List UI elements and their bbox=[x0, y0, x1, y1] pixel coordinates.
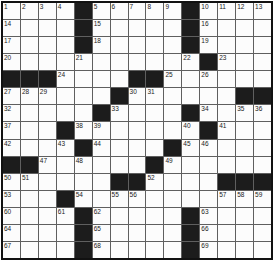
black-cell bbox=[75, 225, 92, 241]
black-cell bbox=[236, 174, 253, 190]
black-cell bbox=[75, 20, 92, 36]
white-cell[interactable] bbox=[57, 54, 74, 70]
white-cell[interactable] bbox=[21, 122, 38, 138]
white-cell[interactable] bbox=[254, 157, 271, 173]
clue-number: 50 bbox=[4, 174, 11, 182]
black-cell bbox=[182, 208, 199, 224]
black-cell bbox=[182, 242, 199, 258]
white-cell[interactable] bbox=[129, 20, 146, 36]
white-cell[interactable]: 10 bbox=[200, 3, 217, 19]
black-cell bbox=[75, 37, 92, 53]
white-cell[interactable]: 20 bbox=[3, 54, 20, 70]
black-cell bbox=[236, 88, 253, 104]
white-cell[interactable] bbox=[218, 71, 235, 87]
white-cell[interactable]: 5 bbox=[93, 3, 110, 19]
white-cell[interactable] bbox=[57, 88, 74, 104]
white-cell[interactable]: 41 bbox=[218, 122, 235, 138]
white-cell[interactable] bbox=[182, 174, 199, 190]
white-cell[interactable]: 52 bbox=[146, 174, 163, 190]
white-cell[interactable] bbox=[164, 208, 181, 224]
white-cell[interactable]: 36 bbox=[254, 105, 271, 121]
white-cell[interactable]: 38 bbox=[75, 122, 92, 138]
clue-number: 9 bbox=[165, 3, 169, 11]
white-cell[interactable] bbox=[39, 208, 56, 224]
clue-number: 38 bbox=[76, 122, 83, 130]
white-cell[interactable]: 34 bbox=[200, 105, 217, 121]
white-cell[interactable] bbox=[164, 105, 181, 121]
white-cell[interactable]: 23 bbox=[218, 54, 235, 70]
clue-number: 67 bbox=[4, 242, 11, 250]
clue-number: 61 bbox=[58, 208, 65, 216]
white-cell[interactable]: 4 bbox=[57, 3, 74, 19]
white-cell[interactable]: 47 bbox=[39, 157, 56, 173]
white-cell[interactable] bbox=[111, 140, 128, 156]
black-cell bbox=[3, 157, 20, 173]
clue-number: 54 bbox=[76, 191, 83, 199]
white-cell[interactable]: 27 bbox=[3, 88, 20, 104]
white-cell[interactable] bbox=[236, 20, 253, 36]
white-cell[interactable] bbox=[218, 20, 235, 36]
white-cell[interactable]: 39 bbox=[93, 122, 110, 138]
clue-number: 60 bbox=[4, 208, 11, 216]
white-cell[interactable] bbox=[57, 174, 74, 190]
white-cell[interactable] bbox=[129, 157, 146, 173]
white-cell[interactable] bbox=[57, 157, 74, 173]
crossword-page: 1234567891011121314151617181920212223242… bbox=[0, 0, 274, 261]
white-cell[interactable] bbox=[236, 225, 253, 241]
clue-number: 59 bbox=[255, 191, 262, 199]
white-cell[interactable] bbox=[93, 54, 110, 70]
clue-number: 69 bbox=[201, 242, 208, 250]
white-cell[interactable]: 69 bbox=[200, 242, 217, 258]
black-cell bbox=[182, 37, 199, 53]
white-cell[interactable] bbox=[39, 105, 56, 121]
white-cell[interactable] bbox=[236, 157, 253, 173]
white-cell[interactable] bbox=[164, 225, 181, 241]
black-cell bbox=[111, 174, 128, 190]
white-cell[interactable]: 62 bbox=[93, 208, 110, 224]
white-cell[interactable]: 68 bbox=[93, 242, 110, 258]
white-cell[interactable] bbox=[164, 174, 181, 190]
clue-number: 53 bbox=[4, 191, 11, 199]
white-cell[interactable] bbox=[218, 37, 235, 53]
white-cell[interactable]: 13 bbox=[254, 3, 271, 19]
clue-number: 55 bbox=[112, 191, 119, 199]
white-cell[interactable] bbox=[129, 105, 146, 121]
white-cell[interactable] bbox=[236, 208, 253, 224]
white-cell[interactable] bbox=[93, 71, 110, 87]
black-cell bbox=[182, 105, 199, 121]
white-cell[interactable] bbox=[146, 208, 163, 224]
white-cell[interactable]: 40 bbox=[182, 122, 199, 138]
white-cell[interactable]: 21 bbox=[75, 54, 92, 70]
white-cell[interactable] bbox=[39, 191, 56, 207]
black-cell bbox=[75, 242, 92, 258]
white-cell[interactable] bbox=[111, 37, 128, 53]
white-cell[interactable] bbox=[218, 88, 235, 104]
white-cell[interactable] bbox=[75, 105, 92, 121]
white-cell[interactable] bbox=[218, 105, 235, 121]
white-cell[interactable]: 22 bbox=[182, 54, 199, 70]
white-cell[interactable]: 2 bbox=[21, 3, 38, 19]
white-cell[interactable]: 56 bbox=[129, 191, 146, 207]
white-cell[interactable] bbox=[93, 88, 110, 104]
white-cell[interactable] bbox=[21, 54, 38, 70]
white-cell[interactable] bbox=[39, 140, 56, 156]
clue-number: 34 bbox=[201, 105, 208, 113]
clue-number: 37 bbox=[4, 122, 11, 130]
clue-number: 6 bbox=[112, 3, 116, 11]
white-cell[interactable] bbox=[129, 37, 146, 53]
white-cell[interactable] bbox=[57, 37, 74, 53]
clue-number: 3 bbox=[40, 3, 44, 11]
white-cell[interactable]: 64 bbox=[3, 225, 20, 241]
white-cell[interactable] bbox=[146, 242, 163, 258]
clue-number: 48 bbox=[76, 157, 83, 165]
white-cell[interactable] bbox=[129, 225, 146, 241]
white-cell[interactable] bbox=[111, 71, 128, 87]
black-cell bbox=[254, 88, 271, 104]
white-cell[interactable] bbox=[146, 122, 163, 138]
white-cell[interactable] bbox=[146, 225, 163, 241]
white-cell[interactable] bbox=[218, 157, 235, 173]
black-cell bbox=[182, 225, 199, 241]
white-cell[interactable] bbox=[200, 191, 217, 207]
clue-number: 58 bbox=[237, 191, 244, 199]
white-cell[interactable]: 18 bbox=[93, 37, 110, 53]
clue-number: 36 bbox=[255, 105, 262, 113]
white-cell[interactable] bbox=[75, 174, 92, 190]
black-cell bbox=[75, 208, 92, 224]
white-cell[interactable]: 11 bbox=[218, 3, 235, 19]
clue-number: 45 bbox=[183, 140, 190, 148]
white-cell[interactable] bbox=[39, 225, 56, 241]
clue-number: 22 bbox=[183, 54, 190, 62]
white-cell[interactable] bbox=[200, 88, 217, 104]
white-cell[interactable]: 53 bbox=[3, 191, 20, 207]
black-cell bbox=[39, 71, 56, 87]
white-cell[interactable] bbox=[218, 140, 235, 156]
black-cell bbox=[111, 88, 128, 104]
white-cell[interactable] bbox=[21, 208, 38, 224]
white-cell[interactable] bbox=[21, 140, 38, 156]
black-cell bbox=[254, 174, 271, 190]
clue-number: 12 bbox=[237, 3, 244, 11]
white-cell[interactable] bbox=[57, 225, 74, 241]
clue-number: 64 bbox=[4, 225, 11, 233]
clue-number: 63 bbox=[201, 208, 208, 216]
white-cell[interactable] bbox=[254, 242, 271, 258]
white-cell[interactable]: 19 bbox=[200, 37, 217, 53]
white-cell[interactable] bbox=[218, 208, 235, 224]
white-cell[interactable] bbox=[236, 122, 253, 138]
black-cell bbox=[57, 191, 74, 207]
clue-number: 32 bbox=[4, 105, 11, 113]
white-cell[interactable] bbox=[254, 71, 271, 87]
clue-number: 65 bbox=[94, 225, 101, 233]
white-cell[interactable]: 44 bbox=[93, 140, 110, 156]
white-cell[interactable]: 8 bbox=[146, 3, 163, 19]
white-cell[interactable] bbox=[146, 191, 163, 207]
black-cell bbox=[129, 71, 146, 87]
white-cell[interactable] bbox=[129, 242, 146, 258]
white-cell[interactable] bbox=[57, 242, 74, 258]
white-cell[interactable]: 48 bbox=[75, 157, 92, 173]
white-cell[interactable]: 29 bbox=[39, 88, 56, 104]
clue-number: 14 bbox=[4, 20, 11, 28]
white-cell[interactable] bbox=[93, 174, 110, 190]
black-cell bbox=[57, 122, 74, 138]
white-cell[interactable]: 3 bbox=[39, 3, 56, 19]
white-cell[interactable]: 31 bbox=[146, 88, 163, 104]
clue-number: 24 bbox=[58, 71, 65, 79]
white-cell[interactable] bbox=[111, 122, 128, 138]
clue-number: 1 bbox=[4, 3, 8, 11]
white-cell[interactable] bbox=[39, 37, 56, 53]
white-cell[interactable]: 65 bbox=[93, 225, 110, 241]
clue-number: 44 bbox=[94, 140, 101, 148]
white-cell[interactable] bbox=[236, 71, 253, 87]
white-cell[interactable]: 37 bbox=[3, 122, 20, 138]
white-cell[interactable]: 9 bbox=[164, 3, 181, 19]
white-cell[interactable] bbox=[164, 242, 181, 258]
white-cell[interactable] bbox=[146, 37, 163, 53]
clue-number: 57 bbox=[219, 191, 226, 199]
white-cell[interactable] bbox=[111, 225, 128, 241]
white-cell[interactable] bbox=[164, 191, 181, 207]
clue-number: 33 bbox=[112, 105, 119, 113]
white-cell[interactable]: 17 bbox=[3, 37, 20, 53]
clue-number: 29 bbox=[40, 88, 47, 96]
white-cell[interactable]: 57 bbox=[218, 191, 235, 207]
white-cell[interactable] bbox=[164, 20, 181, 36]
clue-number: 2 bbox=[22, 3, 26, 11]
clue-number: 31 bbox=[147, 88, 154, 96]
white-cell[interactable] bbox=[75, 71, 92, 87]
white-cell[interactable] bbox=[254, 122, 271, 138]
white-cell[interactable]: 14 bbox=[3, 20, 20, 36]
clue-number: 4 bbox=[58, 3, 62, 11]
clue-number: 15 bbox=[94, 20, 101, 28]
clue-number: 51 bbox=[22, 174, 29, 182]
black-cell bbox=[21, 71, 38, 87]
white-cell[interactable] bbox=[129, 208, 146, 224]
white-cell[interactable] bbox=[39, 174, 56, 190]
white-cell[interactable] bbox=[39, 242, 56, 258]
white-cell[interactable]: 46 bbox=[200, 140, 217, 156]
black-cell bbox=[164, 140, 181, 156]
white-cell[interactable] bbox=[21, 20, 38, 36]
white-cell[interactable] bbox=[93, 191, 110, 207]
white-cell[interactable] bbox=[111, 54, 128, 70]
white-cell[interactable]: 6 bbox=[111, 3, 128, 19]
white-cell[interactable]: 60 bbox=[3, 208, 20, 224]
white-cell[interactable]: 54 bbox=[75, 191, 92, 207]
white-cell[interactable] bbox=[182, 191, 199, 207]
clue-number: 47 bbox=[40, 157, 47, 165]
white-cell[interactable]: 25 bbox=[164, 71, 181, 87]
white-cell[interactable]: 15 bbox=[93, 20, 110, 36]
white-cell[interactable] bbox=[21, 37, 38, 53]
white-cell[interactable] bbox=[21, 242, 38, 258]
white-cell[interactable] bbox=[236, 37, 253, 53]
white-cell[interactable] bbox=[164, 54, 181, 70]
clue-number: 7 bbox=[130, 3, 134, 11]
white-cell[interactable]: 59 bbox=[254, 191, 271, 207]
black-cell bbox=[200, 54, 217, 70]
clue-number: 25 bbox=[165, 71, 172, 79]
black-cell bbox=[75, 140, 92, 156]
white-cell[interactable] bbox=[236, 140, 253, 156]
black-cell bbox=[200, 122, 217, 138]
black-cell bbox=[218, 174, 235, 190]
clue-number: 23 bbox=[219, 54, 226, 62]
clue-number: 26 bbox=[201, 71, 208, 79]
clue-number: 20 bbox=[4, 54, 11, 62]
white-cell[interactable] bbox=[21, 105, 38, 121]
white-cell[interactable] bbox=[254, 225, 271, 241]
clue-number: 13 bbox=[255, 3, 262, 11]
white-cell[interactable] bbox=[182, 71, 199, 87]
white-cell[interactable]: 28 bbox=[21, 88, 38, 104]
white-cell[interactable]: 51 bbox=[21, 174, 38, 190]
clue-number: 19 bbox=[201, 37, 208, 45]
black-cell bbox=[182, 3, 199, 19]
white-cell[interactable] bbox=[200, 157, 217, 173]
clue-number: 21 bbox=[76, 54, 83, 62]
white-cell[interactable]: 63 bbox=[200, 208, 217, 224]
white-cell[interactable] bbox=[111, 242, 128, 258]
white-cell[interactable]: 1 bbox=[3, 3, 20, 19]
white-cell[interactable] bbox=[254, 37, 271, 53]
clue-number: 18 bbox=[94, 37, 101, 45]
clue-number: 8 bbox=[147, 3, 151, 11]
white-cell[interactable]: 58 bbox=[236, 191, 253, 207]
clue-number: 11 bbox=[219, 3, 226, 11]
white-cell[interactable] bbox=[111, 157, 128, 173]
white-cell[interactable]: 61 bbox=[57, 208, 74, 224]
white-cell[interactable]: 43 bbox=[57, 140, 74, 156]
black-cell bbox=[146, 71, 163, 87]
white-cell[interactable] bbox=[111, 20, 128, 36]
black-cell bbox=[21, 157, 38, 173]
white-cell[interactable]: 32 bbox=[3, 105, 20, 121]
white-cell[interactable]: 67 bbox=[3, 242, 20, 258]
clue-number: 16 bbox=[201, 20, 208, 28]
clue-number: 68 bbox=[94, 242, 101, 250]
white-cell[interactable] bbox=[254, 54, 271, 70]
white-cell[interactable] bbox=[39, 122, 56, 138]
clue-number: 62 bbox=[94, 208, 101, 216]
white-cell[interactable] bbox=[39, 20, 56, 36]
white-cell[interactable] bbox=[182, 157, 199, 173]
clue-number: 30 bbox=[130, 88, 137, 96]
white-cell[interactable] bbox=[93, 157, 110, 173]
white-cell[interactable]: 42 bbox=[3, 140, 20, 156]
black-cell bbox=[182, 20, 199, 36]
white-cell[interactable] bbox=[164, 122, 181, 138]
white-cell[interactable] bbox=[254, 208, 271, 224]
white-cell[interactable] bbox=[182, 88, 199, 104]
white-cell[interactable] bbox=[129, 140, 146, 156]
clue-number: 10 bbox=[201, 3, 208, 11]
clue-number: 35 bbox=[237, 105, 244, 113]
clue-number: 5 bbox=[94, 3, 98, 11]
white-cell[interactable]: 24 bbox=[57, 71, 74, 87]
white-cell[interactable]: 30 bbox=[129, 88, 146, 104]
white-cell[interactable] bbox=[236, 242, 253, 258]
white-cell[interactable] bbox=[164, 88, 181, 104]
white-cell[interactable] bbox=[21, 225, 38, 241]
white-cell[interactable] bbox=[39, 54, 56, 70]
white-cell[interactable]: 35 bbox=[236, 105, 253, 121]
clue-number: 41 bbox=[219, 122, 226, 130]
white-cell[interactable] bbox=[218, 225, 235, 241]
white-cell[interactable]: 45 bbox=[182, 140, 199, 156]
clue-number: 49 bbox=[165, 157, 172, 165]
white-cell[interactable] bbox=[164, 37, 181, 53]
white-cell[interactable] bbox=[57, 105, 74, 121]
black-cell bbox=[3, 71, 20, 87]
white-cell[interactable] bbox=[111, 208, 128, 224]
clue-number: 40 bbox=[183, 122, 190, 130]
crossword-board: 1234567891011121314151617181920212223242… bbox=[1, 1, 273, 260]
white-cell[interactable]: 55 bbox=[111, 191, 128, 207]
white-cell[interactable]: 50 bbox=[3, 174, 20, 190]
white-cell[interactable] bbox=[57, 20, 74, 36]
white-cell[interactable] bbox=[129, 54, 146, 70]
white-cell[interactable] bbox=[75, 88, 92, 104]
crossword-grid: 1234567891011121314151617181920212223242… bbox=[1, 1, 273, 260]
white-cell[interactable] bbox=[200, 174, 217, 190]
white-cell[interactable]: 7 bbox=[129, 3, 146, 19]
clue-number: 17 bbox=[4, 37, 11, 45]
white-cell[interactable] bbox=[254, 140, 271, 156]
black-cell bbox=[75, 3, 92, 19]
black-cell bbox=[93, 105, 110, 121]
black-cell bbox=[146, 157, 163, 173]
clue-number: 46 bbox=[201, 140, 208, 148]
black-cell bbox=[129, 174, 146, 190]
clue-number: 56 bbox=[130, 191, 137, 199]
white-cell[interactable] bbox=[129, 122, 146, 138]
white-cell[interactable]: 26 bbox=[200, 71, 217, 87]
white-cell[interactable]: 16 bbox=[200, 20, 217, 36]
white-cell[interactable]: 33 bbox=[111, 105, 128, 121]
white-cell[interactable] bbox=[146, 20, 163, 36]
white-cell[interactable] bbox=[254, 20, 271, 36]
white-cell[interactable] bbox=[146, 54, 163, 70]
white-cell[interactable] bbox=[236, 54, 253, 70]
white-cell[interactable]: 66 bbox=[200, 225, 217, 241]
clue-number: 42 bbox=[4, 140, 11, 148]
white-cell[interactable] bbox=[146, 140, 163, 156]
clue-number: 39 bbox=[94, 122, 101, 130]
clue-number: 52 bbox=[147, 174, 154, 182]
clue-number: 66 bbox=[201, 225, 208, 233]
white-cell[interactable] bbox=[146, 105, 163, 121]
clue-number: 28 bbox=[22, 88, 29, 96]
white-cell[interactable] bbox=[218, 242, 235, 258]
clue-number: 27 bbox=[4, 88, 11, 96]
clue-number: 43 bbox=[58, 140, 65, 148]
white-cell[interactable]: 49 bbox=[164, 157, 181, 173]
white-cell[interactable]: 12 bbox=[236, 3, 253, 19]
white-cell[interactable] bbox=[21, 191, 38, 207]
